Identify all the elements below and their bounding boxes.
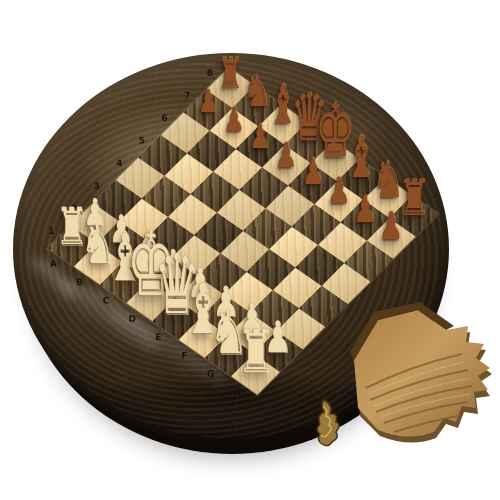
file-label-h: H: [230, 385, 244, 399]
file-label-e: E: [151, 330, 165, 344]
file-label-d: D: [125, 312, 139, 326]
rank-label-5: 5: [135, 134, 149, 148]
file-label-c: C: [99, 293, 113, 307]
file-label-b: B: [73, 275, 87, 289]
file-label-g: G: [204, 367, 218, 381]
rank-label-3: 3: [90, 179, 104, 193]
brass-clasp[interactable]: [308, 398, 346, 450]
file-label-f: F: [178, 348, 192, 362]
rank-label-6: 6: [158, 111, 172, 125]
rank-label-1: 1: [44, 224, 58, 238]
carved-leaf-ornament: [350, 296, 496, 450]
rank-label-8: 8: [203, 66, 217, 80]
rank-label-7: 7: [180, 88, 194, 102]
chess-set-photo: 12345678ABCDEFGH ♜♞♝♛♚♝♞♜♟♟♟♟♟♟♟♟♟♟♟♟♟♟♟…: [0, 0, 500, 500]
rank-label-2: 2: [67, 201, 81, 215]
rank-label-4: 4: [112, 156, 126, 170]
file-label-a: A: [47, 257, 61, 271]
